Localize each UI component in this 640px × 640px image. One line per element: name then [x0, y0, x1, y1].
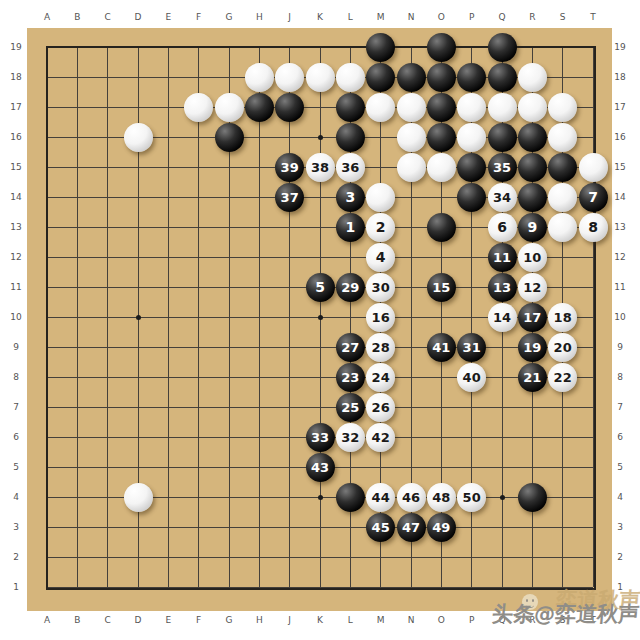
coord-label-right-6: 6 [617, 432, 623, 442]
coord-label-top-M: M [377, 12, 385, 22]
stone-Q17 [488, 93, 517, 122]
move-number: 28 [372, 341, 390, 354]
coord-label-left-14: 14 [10, 192, 21, 202]
stone-Q16 [488, 123, 517, 152]
stone-G17 [215, 93, 244, 122]
stone-K6: 33 [306, 423, 335, 452]
stone-G16 [215, 123, 244, 152]
move-number: 25 [341, 401, 359, 414]
stone-N15 [397, 153, 426, 182]
stone-H18 [245, 63, 274, 92]
coord-label-top-P: P [469, 12, 474, 22]
stone-M6: 42 [366, 423, 395, 452]
star-point-Q4 [500, 495, 505, 500]
stone-Q14: 34 [488, 183, 517, 212]
stone-L18 [336, 63, 365, 92]
stone-P9: 31 [457, 333, 486, 362]
move-number: 23 [341, 371, 359, 384]
coord-label-bottom-D: D [135, 615, 142, 625]
coord-label-right-16: 16 [614, 132, 625, 142]
coord-label-bottom-H: H [256, 615, 263, 625]
star-point-D10 [136, 315, 141, 320]
move-number: 4 [376, 250, 386, 264]
stone-P14 [457, 183, 486, 212]
star-point-K4 [318, 495, 323, 500]
move-number: 35 [493, 161, 511, 174]
stone-L6: 32 [336, 423, 365, 452]
stone-R14 [518, 183, 547, 212]
stone-K11: 5 [306, 273, 335, 302]
coord-label-right-9: 9 [617, 342, 623, 352]
stone-R10: 17 [518, 303, 547, 332]
coord-label-left-19: 19 [10, 42, 21, 52]
coord-label-left-13: 13 [10, 222, 21, 232]
coord-label-top-G: G [226, 12, 233, 22]
stone-M11: 30 [366, 273, 395, 302]
move-number: 40 [463, 371, 481, 384]
stone-R12: 10 [518, 243, 547, 272]
stone-N16 [397, 123, 426, 152]
stone-S8: 22 [548, 363, 577, 392]
coord-label-left-11: 11 [10, 282, 21, 292]
stone-J15: 39 [275, 153, 304, 182]
stone-R4 [518, 483, 547, 512]
coord-label-top-T: T [590, 12, 596, 22]
stone-L9: 27 [336, 333, 365, 362]
move-number: 30 [372, 281, 390, 294]
stone-D4 [124, 483, 153, 512]
coord-label-right-18: 18 [614, 72, 625, 82]
move-number: 44 [372, 491, 390, 504]
move-number: 16 [372, 311, 390, 324]
move-number: 34 [493, 191, 511, 204]
move-number: 45 [372, 521, 390, 534]
coord-label-bottom-C: C [105, 615, 111, 625]
coord-label-bottom-A: A [44, 615, 50, 625]
coord-label-bottom-E: E [165, 615, 171, 625]
stone-Q10: 14 [488, 303, 517, 332]
coord-label-top-H: H [256, 12, 263, 22]
coord-label-right-14: 14 [614, 192, 625, 202]
move-number: 26 [372, 401, 390, 414]
stone-O4: 48 [427, 483, 456, 512]
stone-K18 [306, 63, 335, 92]
stone-M10: 16 [366, 303, 395, 332]
stone-F17 [184, 93, 213, 122]
stone-L7: 25 [336, 393, 365, 422]
coord-label-top-E: E [165, 12, 171, 22]
coord-label-top-N: N [408, 12, 415, 22]
stone-P4: 50 [457, 483, 486, 512]
stone-L15: 36 [336, 153, 365, 182]
move-number: 37 [281, 191, 299, 204]
coord-label-top-O: O [438, 12, 445, 22]
stone-P8: 40 [457, 363, 486, 392]
stone-O15 [427, 153, 456, 182]
coord-label-right-17: 17 [614, 102, 625, 112]
move-number: 1 [345, 220, 355, 234]
stone-S15 [548, 153, 577, 182]
move-number: 10 [523, 251, 541, 264]
move-number: 41 [432, 341, 450, 354]
move-number: 17 [523, 311, 541, 324]
move-number: 48 [432, 491, 450, 504]
stone-T15 [579, 153, 608, 182]
coord-label-left-16: 16 [10, 132, 21, 142]
stone-J17 [275, 93, 304, 122]
stone-H17 [245, 93, 274, 122]
move-number: 5 [315, 280, 325, 294]
stone-R15 [518, 153, 547, 182]
coord-label-bottom-N: N [408, 615, 415, 625]
coord-label-right-8: 8 [617, 372, 623, 382]
stone-L13: 1 [336, 213, 365, 242]
stone-S14 [548, 183, 577, 212]
stone-R13: 9 [518, 213, 547, 242]
stone-O9: 41 [427, 333, 456, 362]
coord-label-bottom-K: K [317, 615, 323, 625]
stone-T14: 7 [579, 183, 608, 212]
stone-P17 [457, 93, 486, 122]
coord-label-right-11: 11 [614, 282, 625, 292]
move-number: 21 [523, 371, 541, 384]
move-number: 31 [463, 341, 481, 354]
move-number: 39 [281, 161, 299, 174]
stone-Q19 [488, 33, 517, 62]
coord-label-bottom-J: J [288, 615, 291, 625]
coord-label-left-12: 12 [10, 252, 21, 262]
stone-Q12: 11 [488, 243, 517, 272]
stone-L11: 29 [336, 273, 365, 302]
coord-label-top-D: D [135, 12, 142, 22]
coord-label-right-19: 19 [614, 42, 625, 52]
move-number: 11 [493, 251, 511, 264]
stone-S10: 18 [548, 303, 577, 332]
move-number: 8 [588, 220, 598, 234]
stone-R9: 19 [518, 333, 547, 362]
stone-M9: 28 [366, 333, 395, 362]
move-number: 6 [497, 220, 507, 234]
coord-label-left-4: 4 [13, 492, 19, 502]
move-number: 13 [493, 281, 511, 294]
move-number: 29 [341, 281, 359, 294]
coord-label-right-10: 10 [614, 312, 625, 322]
coord-label-top-F: F [196, 12, 201, 22]
coord-label-right-15: 15 [614, 162, 625, 172]
move-number: 14 [493, 311, 511, 324]
stone-R17 [518, 93, 547, 122]
stone-M12: 4 [366, 243, 395, 272]
stone-M8: 24 [366, 363, 395, 392]
coord-label-bottom-M: M [377, 615, 385, 625]
coord-label-left-18: 18 [10, 72, 21, 82]
stone-O19 [427, 33, 456, 62]
go-diagram-screenshot: AA1919BB1818CC1717DD1616EE1515FF1414GG13… [0, 0, 640, 640]
stone-O16 [427, 123, 456, 152]
stone-S9: 20 [548, 333, 577, 362]
stone-M19 [366, 33, 395, 62]
stone-L17 [336, 93, 365, 122]
move-number: 27 [341, 341, 359, 354]
move-number: 22 [554, 371, 572, 384]
stone-P15 [457, 153, 486, 182]
coord-label-top-J: J [288, 12, 291, 22]
stone-P18 [457, 63, 486, 92]
coord-label-bottom-L: L [348, 615, 353, 625]
stone-K15: 38 [306, 153, 335, 182]
stone-M7: 26 [366, 393, 395, 422]
coord-label-bottom-G: G [226, 615, 233, 625]
move-number: 46 [402, 491, 420, 504]
stone-L4 [336, 483, 365, 512]
coord-label-left-15: 15 [10, 162, 21, 172]
coord-label-left-10: 10 [10, 312, 21, 322]
coord-label-right-7: 7 [617, 402, 623, 412]
stone-N18 [397, 63, 426, 92]
stone-Q15: 35 [488, 153, 517, 182]
coord-label-top-Q: Q [498, 12, 505, 22]
coord-label-top-S: S [560, 12, 566, 22]
coord-label-top-C: C [105, 12, 111, 22]
stone-R18 [518, 63, 547, 92]
stone-M14 [366, 183, 395, 212]
star-point-K10 [318, 315, 323, 320]
stone-P16 [457, 123, 486, 152]
stone-S17 [548, 93, 577, 122]
move-number: 24 [372, 371, 390, 384]
star-point-K16 [318, 135, 323, 140]
coord-label-top-A: A [44, 12, 50, 22]
stone-L14: 3 [336, 183, 365, 212]
coord-label-left-17: 17 [10, 102, 21, 112]
coord-label-right-4: 4 [617, 492, 623, 502]
coord-label-bottom-O: O [438, 615, 445, 625]
move-number: 20 [554, 341, 572, 354]
stone-O18 [427, 63, 456, 92]
move-number: 50 [463, 491, 481, 504]
move-number: 2 [376, 220, 386, 234]
move-number: 33 [311, 431, 329, 444]
move-number: 3 [345, 190, 355, 204]
move-number: 7 [588, 190, 598, 204]
stone-O17 [427, 93, 456, 122]
stone-D16 [124, 123, 153, 152]
coord-label-left-1: 1 [13, 582, 19, 592]
coord-label-bottom-B: B [74, 615, 80, 625]
move-number: 19 [523, 341, 541, 354]
stone-R16 [518, 123, 547, 152]
coord-label-left-9: 9 [13, 342, 19, 352]
stone-N17 [397, 93, 426, 122]
stone-Q18 [488, 63, 517, 92]
coord-label-bottom-P: P [469, 615, 474, 625]
coord-label-left-5: 5 [13, 462, 19, 472]
coord-label-left-6: 6 [13, 432, 19, 442]
stone-M4: 44 [366, 483, 395, 512]
coord-label-top-K: K [317, 12, 323, 22]
stone-S13 [548, 213, 577, 242]
stone-N4: 46 [397, 483, 426, 512]
stone-N3: 47 [397, 513, 426, 542]
move-number: 32 [341, 431, 359, 444]
stone-M13: 2 [366, 213, 395, 242]
move-number: 38 [311, 161, 329, 174]
coord-label-right-5: 5 [617, 462, 623, 472]
move-number: 9 [527, 220, 537, 234]
stone-M18 [366, 63, 395, 92]
coord-label-bottom-F: F [196, 615, 201, 625]
move-number: 42 [372, 431, 390, 444]
move-number: 36 [341, 161, 359, 174]
stone-T13: 8 [579, 213, 608, 242]
stone-O11: 15 [427, 273, 456, 302]
stone-K5: 43 [306, 453, 335, 482]
stone-J14: 37 [275, 183, 304, 212]
move-number: 15 [432, 281, 450, 294]
stone-R11: 12 [518, 273, 547, 302]
move-number: 47 [402, 521, 420, 534]
coord-label-top-R: R [529, 12, 535, 22]
coord-label-right-12: 12 [614, 252, 625, 262]
stone-O13 [427, 213, 456, 242]
coord-label-left-2: 2 [13, 552, 19, 562]
stone-M17 [366, 93, 395, 122]
coord-label-top-L: L [348, 12, 353, 22]
move-number: 18 [554, 311, 572, 324]
coord-label-right-2: 2 [617, 552, 623, 562]
stone-J18 [275, 63, 304, 92]
watermark-text: 头条@弈道秋声 [491, 600, 640, 628]
stone-L8: 23 [336, 363, 365, 392]
stone-Q11: 13 [488, 273, 517, 302]
stone-O3: 49 [427, 513, 456, 542]
coord-label-top-B: B [74, 12, 80, 22]
move-number: 49 [432, 521, 450, 534]
stone-Q13: 6 [488, 213, 517, 242]
coord-label-left-7: 7 [13, 402, 19, 412]
coord-label-right-3: 3 [617, 522, 623, 532]
move-number: 43 [311, 461, 329, 474]
coord-label-left-3: 3 [13, 522, 19, 532]
coord-label-right-13: 13 [614, 222, 625, 232]
move-number: 12 [523, 281, 541, 294]
stone-L16 [336, 123, 365, 152]
stone-M3: 45 [366, 513, 395, 542]
coord-label-left-8: 8 [13, 372, 19, 382]
stone-R8: 21 [518, 363, 547, 392]
stone-S16 [548, 123, 577, 152]
